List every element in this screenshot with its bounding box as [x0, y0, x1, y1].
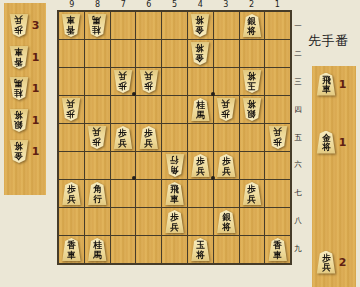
gote-hand-item[interactable]: 歩兵3 — [4, 10, 46, 42]
board-cell[interactable] — [59, 40, 84, 67]
rank-label: 三 — [293, 68, 303, 96]
board-cell[interactable] — [240, 152, 265, 179]
board-cell[interactable]: 角行 — [162, 152, 187, 179]
piece-kanji: 角 — [170, 165, 179, 175]
gote-hand-tray: 歩兵3香車1桂馬1銀将1金将1 — [4, 3, 46, 195]
piece-lance[interactable]: 香車 — [268, 238, 288, 261]
board-cell[interactable] — [188, 180, 213, 207]
file-label: 5 — [162, 1, 188, 9]
piece-silver[interactable]: 銀将 — [242, 98, 262, 121]
piece-bishop[interactable]: 角行 — [87, 182, 107, 205]
piece-kanji: 玉 — [248, 81, 257, 91]
piece-gold[interactable]: 金将 — [190, 42, 210, 65]
piece-kanji: 桂 — [15, 88, 24, 98]
piece-kanji: 金 — [196, 53, 205, 63]
piece-lance[interactable]: 香車 — [61, 14, 81, 37]
file-label: 4 — [187, 1, 213, 9]
board-cell[interactable]: 香車 — [265, 236, 290, 263]
piece-pawn[interactable]: 歩兵 — [61, 182, 81, 205]
board-cell[interactable]: 歩兵 — [59, 180, 84, 207]
piece-kanji: 銀 — [15, 119, 24, 129]
gote-hand-item[interactable]: 金将1 — [4, 136, 46, 168]
piece-pawn[interactable]: 歩兵 — [216, 98, 236, 121]
board-cell[interactable]: 玉将 — [240, 68, 265, 95]
board-cell[interactable]: 歩兵 — [111, 124, 136, 151]
board-cell[interactable]: 玉将 — [188, 236, 213, 263]
piece-kanji: 将 — [15, 110, 24, 120]
file-label: 6 — [136, 1, 162, 9]
board-cell[interactable] — [136, 12, 161, 39]
board-cell[interactable]: 桂馬 — [188, 96, 213, 123]
piece-kanji: 歩 — [15, 25, 24, 35]
board-cell[interactable] — [265, 96, 290, 123]
rank-label: 六 — [293, 151, 303, 179]
piece-silver[interactable]: 銀将 — [216, 210, 236, 233]
rank-label: 八 — [293, 207, 303, 235]
board-cell[interactable]: 歩兵 — [136, 68, 161, 95]
board-cell[interactable]: 歩兵 — [188, 152, 213, 179]
file-label: 9 — [59, 1, 85, 9]
piece-pawn[interactable]: 歩兵 — [216, 154, 236, 177]
piece-knight[interactable]: 桂馬 — [9, 77, 29, 100]
piece-pawn[interactable]: 歩兵 — [139, 126, 159, 149]
board-cell[interactable] — [85, 68, 110, 95]
piece-pawn[interactable]: 歩兵 — [242, 182, 262, 205]
board-cell[interactable] — [265, 208, 290, 235]
board-cell[interactable] — [240, 40, 265, 67]
turn-indicator: 先手番 — [308, 32, 360, 50]
board-cell[interactable] — [265, 40, 290, 67]
piece-kanji: 将 — [248, 27, 257, 37]
sente-hand-item[interactable]: 歩兵2 — [312, 249, 356, 275]
piece-kanji: 銀 — [248, 109, 257, 119]
hand-count: 1 — [336, 137, 349, 148]
board-cell[interactable] — [214, 236, 239, 263]
board-cell[interactable]: 歩兵 — [265, 124, 290, 151]
board-cell[interactable]: 歩兵 — [214, 96, 239, 123]
board-cell[interactable] — [162, 96, 187, 123]
board-cell[interactable] — [214, 124, 239, 151]
hand-count: 2 — [336, 257, 349, 268]
file-labels: 987654321 — [59, 1, 290, 9]
board-cell[interactable]: 歩兵 — [111, 68, 136, 95]
piece-gold[interactable]: 金将 — [316, 131, 336, 154]
file-label: 2 — [239, 1, 265, 9]
board-cell[interactable] — [111, 152, 136, 179]
rank-label: 七 — [293, 179, 303, 207]
board-cell[interactable] — [59, 208, 84, 235]
piece-kanji: 将 — [248, 71, 257, 81]
board-cell[interactable] — [214, 40, 239, 67]
gote-hand-item[interactable]: 香車1 — [4, 42, 46, 74]
hand-count: 1 — [29, 146, 42, 157]
piece-knight[interactable]: 桂馬 — [190, 98, 210, 121]
hoshi-dot — [211, 176, 215, 180]
piece-pawn[interactable]: 歩兵 — [61, 98, 81, 121]
piece-rook[interactable]: 飛車 — [316, 73, 336, 96]
board-cell[interactable]: 銀将 — [240, 12, 265, 39]
board-cell[interactable] — [111, 180, 136, 207]
board-cell[interactable] — [265, 152, 290, 179]
sente-hand-tray: 飛車1金将1歩兵2 — [312, 66, 356, 287]
file-label: 8 — [85, 1, 111, 9]
rank-label: 五 — [293, 124, 303, 152]
board-cell[interactable] — [162, 124, 187, 151]
piece-kanji: 将 — [322, 143, 331, 153]
piece-kanji: 兵 — [145, 71, 154, 81]
piece-kanji: 車 — [67, 15, 76, 25]
board-cell[interactable] — [265, 180, 290, 207]
board-cell[interactable] — [85, 208, 110, 235]
file-label: 1 — [264, 1, 290, 9]
piece-kanji: 兵 — [119, 139, 128, 149]
gote-hand-item[interactable]: 桂馬1 — [4, 73, 46, 105]
piece-king[interactable]: 玉将 — [242, 70, 262, 93]
board-cell[interactable]: 桂馬 — [85, 236, 110, 263]
rank-labels: 一二三四五六七八九 — [293, 12, 303, 263]
piece-kanji: 将 — [222, 223, 231, 233]
piece-gold[interactable]: 金将 — [9, 140, 29, 163]
piece-kanji: 兵 — [248, 195, 257, 205]
piece-kanji: 将 — [248, 99, 257, 109]
board-cell[interactable] — [136, 96, 161, 123]
board-cell[interactable] — [111, 40, 136, 67]
board-cell[interactable] — [265, 68, 290, 95]
piece-kanji: 馬 — [93, 15, 102, 25]
hand-count: 1 — [29, 52, 42, 63]
piece-kanji: 香 — [67, 25, 76, 35]
piece-pawn[interactable]: 歩兵 — [87, 126, 107, 149]
board-cell[interactable] — [214, 180, 239, 207]
piece-pawn[interactable]: 歩兵 — [190, 154, 210, 177]
piece-kanji: 車 — [15, 47, 24, 57]
board-cell[interactable]: 桂馬 — [85, 12, 110, 39]
board-cell[interactable] — [188, 68, 213, 95]
board-cell[interactable] — [136, 40, 161, 67]
piece-gold[interactable]: 金将 — [190, 14, 210, 37]
board-cell[interactable] — [188, 124, 213, 151]
shogi-app: 歩兵3香車1桂馬1銀将1金将1 987654321 香車桂馬金将銀将金将歩兵歩兵… — [0, 0, 360, 287]
rank-label: 一 — [293, 12, 303, 40]
piece-kanji: 将 — [196, 15, 205, 25]
rank-label: 二 — [293, 40, 303, 68]
gote-hand-item[interactable]: 銀将1 — [4, 105, 46, 137]
board-cell[interactable] — [111, 236, 136, 263]
piece-kanji: 兵 — [170, 223, 179, 233]
piece-kanji: 歩 — [222, 109, 231, 119]
piece-kanji: 将 — [196, 43, 205, 53]
board-cell[interactable] — [136, 236, 161, 263]
board-cell[interactable] — [85, 152, 110, 179]
piece-kanji: 馬 — [93, 251, 102, 261]
piece-kanji: 歩 — [273, 137, 282, 147]
piece-knight[interactable]: 桂馬 — [87, 238, 107, 261]
board-cell[interactable]: 歩兵 — [214, 152, 239, 179]
board-cell[interactable]: 飛車 — [162, 180, 187, 207]
piece-kanji: 馬 — [15, 78, 24, 88]
board-cell[interactable] — [59, 152, 84, 179]
board-cell[interactable]: 銀将 — [214, 208, 239, 235]
piece-kanji: 歩 — [119, 81, 128, 91]
hand-count: 1 — [29, 83, 42, 94]
piece-kanji: 車 — [67, 251, 76, 261]
board-cell[interactable] — [59, 124, 84, 151]
piece-kanji: 歩 — [145, 81, 154, 91]
piece-kanji: 兵 — [67, 99, 76, 109]
piece-kanji: 兵 — [15, 15, 24, 25]
board-cell[interactable]: 歩兵 — [136, 124, 161, 151]
shogi-board[interactable]: 香車桂馬金将銀将金将歩兵歩兵玉将歩兵桂馬歩兵銀将歩兵歩兵歩兵歩兵角行歩兵歩兵歩兵… — [57, 10, 292, 265]
board-cell[interactable] — [111, 96, 136, 123]
piece-kanji: 将 — [15, 141, 24, 151]
piece-kanji: 兵 — [196, 167, 205, 177]
piece-kanji: 兵 — [273, 127, 282, 137]
board-cell[interactable]: 歩兵 — [85, 124, 110, 151]
board-cell[interactable]: 金将 — [188, 40, 213, 67]
piece-kanji: 馬 — [196, 111, 205, 121]
board-cell[interactable]: 角行 — [85, 180, 110, 207]
piece-pawn[interactable]: 歩兵 — [113, 70, 133, 93]
board-cell[interactable]: 銀将 — [240, 96, 265, 123]
board-cell[interactable] — [214, 68, 239, 95]
piece-king[interactable]: 玉将 — [190, 238, 210, 261]
piece-kanji: 兵 — [67, 195, 76, 205]
hoshi-dot — [132, 92, 136, 96]
board-cell[interactable]: 歩兵 — [162, 208, 187, 235]
piece-kanji: 兵 — [93, 127, 102, 137]
board-cell[interactable] — [85, 96, 110, 123]
board-cell[interactable] — [162, 68, 187, 95]
piece-kanji: 歩 — [93, 137, 102, 147]
piece-kanji: 兵 — [222, 99, 231, 109]
piece-pawn[interactable]: 歩兵 — [165, 210, 185, 233]
piece-kanji: 車 — [170, 195, 179, 205]
board-cell[interactable] — [240, 208, 265, 235]
piece-rook[interactable]: 飛車 — [165, 182, 185, 205]
sente-hand-item[interactable]: 飛車1 — [312, 71, 356, 97]
piece-lance[interactable]: 香車 — [61, 238, 81, 261]
piece-kanji: 兵 — [222, 167, 231, 177]
board-cell[interactable] — [162, 12, 187, 39]
hand-count: 1 — [336, 79, 349, 90]
file-label: 7 — [110, 1, 136, 9]
piece-pawn[interactable]: 歩兵 — [268, 126, 288, 149]
piece-kanji: 車 — [322, 85, 331, 95]
board-cell[interactable]: 香車 — [59, 12, 84, 39]
piece-kanji: 将 — [196, 251, 205, 261]
piece-kanji: 行 — [170, 155, 179, 165]
board-cell[interactable] — [265, 12, 290, 39]
piece-pawn[interactable]: 歩兵 — [9, 14, 29, 37]
board-cell[interactable] — [136, 208, 161, 235]
board-cell[interactable]: 金将 — [188, 12, 213, 39]
board-cell[interactable] — [136, 180, 161, 207]
board-cell[interactable] — [111, 208, 136, 235]
piece-silver[interactable]: 銀将 — [242, 14, 262, 37]
piece-lance[interactable]: 香車 — [9, 46, 29, 69]
piece-pawn[interactable]: 歩兵 — [316, 251, 336, 274]
board-cell[interactable] — [240, 236, 265, 263]
piece-kanji: 金 — [15, 151, 24, 161]
board-cell[interactable] — [162, 236, 187, 263]
hoshi-dot — [132, 176, 136, 180]
board-cell[interactable]: 歩兵 — [240, 180, 265, 207]
hand-count: 3 — [29, 20, 42, 31]
piece-pawn[interactable]: 歩兵 — [139, 70, 159, 93]
rank-label: 四 — [293, 96, 303, 124]
piece-silver[interactable]: 銀将 — [9, 109, 29, 132]
file-label: 3 — [213, 1, 239, 9]
board-area: 香車桂馬金将銀将金将歩兵歩兵玉将歩兵桂馬歩兵銀将歩兵歩兵歩兵歩兵角行歩兵歩兵歩兵… — [57, 10, 292, 265]
board-cell[interactable] — [85, 40, 110, 67]
board-cell[interactable] — [111, 12, 136, 39]
piece-kanji: 兵 — [119, 71, 128, 81]
piece-bishop[interactable]: 角行 — [165, 154, 185, 177]
piece-knight[interactable]: 桂馬 — [87, 14, 107, 37]
piece-kanji: 行 — [93, 195, 102, 205]
piece-kanji: 桂 — [93, 25, 102, 35]
piece-kanji: 兵 — [145, 139, 154, 149]
hoshi-dot — [211, 92, 215, 96]
piece-kanji: 車 — [273, 251, 282, 261]
board-cell[interactable] — [214, 12, 239, 39]
sente-hand-item[interactable]: 金将1 — [312, 129, 356, 155]
piece-kanji: 金 — [196, 25, 205, 35]
piece-pawn[interactable]: 歩兵 — [113, 126, 133, 149]
piece-kanji: 香 — [15, 56, 24, 66]
piece-kanji: 兵 — [322, 263, 331, 273]
board-cell[interactable] — [240, 124, 265, 151]
piece-kanji: 歩 — [67, 109, 76, 119]
board-cell[interactable]: 香車 — [59, 236, 84, 263]
rank-label: 九 — [293, 235, 303, 263]
board-cell[interactable] — [162, 40, 187, 67]
board-cell[interactable] — [136, 152, 161, 179]
board-cell[interactable] — [59, 68, 84, 95]
board-cell[interactable] — [188, 208, 213, 235]
board-cell[interactable]: 歩兵 — [59, 96, 84, 123]
hand-count: 1 — [29, 115, 42, 126]
